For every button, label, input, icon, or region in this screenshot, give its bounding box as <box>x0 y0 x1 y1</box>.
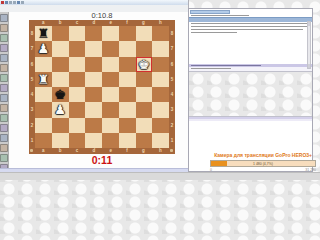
square-e6[interactable] <box>102 57 119 72</box>
square-a6[interactable] <box>35 57 52 72</box>
rail-icon[interactable] <box>0 14 8 22</box>
square-d6[interactable] <box>85 57 102 72</box>
square-g4[interactable] <box>136 87 153 102</box>
goal-progress-bar: 1 480 (4,7%) <box>210 160 316 167</box>
board-squares: ♜♟♚♜♚♟ <box>35 26 169 148</box>
rail-icon[interactable] <box>0 144 8 152</box>
white-clock-active: 0:11 <box>29 154 175 166</box>
square-a1[interactable] <box>35 133 52 148</box>
flip-board-icon <box>30 149 33 152</box>
rail-icon[interactable] <box>0 64 8 72</box>
square-e8[interactable] <box>102 26 119 41</box>
black-king: ♚ <box>54 88 66 101</box>
rank-label: 2 <box>31 123 34 128</box>
square-g5[interactable] <box>136 72 153 87</box>
white-king: ♚ <box>138 58 150 71</box>
rank-label: 5 <box>171 77 174 82</box>
goal-progress-label: 1 480 (4,7%) <box>211 161 315 166</box>
rail-icon[interactable] <box>0 94 8 102</box>
square-g8[interactable] <box>136 26 153 41</box>
rank-label: 8 <box>31 31 34 36</box>
chess-app-window: 0:10.8 abcdefgh 87654321 ♜♟♚♜♚♟ 87654321… <box>0 0 189 172</box>
square-d2[interactable] <box>85 118 102 133</box>
titlebar-icon <box>9 1 12 4</box>
square-e7[interactable] <box>102 41 119 56</box>
white-rook: ♜ <box>38 73 50 86</box>
square-c8[interactable] <box>69 26 86 41</box>
square-g1[interactable] <box>136 133 153 148</box>
square-a4[interactable] <box>35 87 52 102</box>
square-f2[interactable] <box>119 118 136 133</box>
square-h5[interactable] <box>152 72 169 87</box>
square-f7[interactable] <box>119 41 136 56</box>
rail-icon[interactable] <box>0 44 8 52</box>
scroll-up-icon[interactable] <box>308 22 310 26</box>
rank-label: 1 <box>171 138 174 143</box>
square-g3[interactable] <box>136 102 153 117</box>
titlebar-icon <box>5 1 8 4</box>
white-pawn: ♟ <box>38 42 50 55</box>
rail-icon[interactable] <box>0 124 8 132</box>
rail-icon[interactable] <box>0 74 8 82</box>
text-line <box>191 32 237 33</box>
board-panel: 0:10.8 abcdefgh 87654321 ♜♟♚♜♚♟ 87654321… <box>9 12 188 168</box>
square-d5[interactable] <box>85 72 102 87</box>
square-h7[interactable] <box>152 41 169 56</box>
scrollbar[interactable] <box>307 21 311 69</box>
bottom-band <box>0 172 320 180</box>
rail-icon[interactable] <box>0 84 8 92</box>
square-e5[interactable] <box>102 72 119 87</box>
black-rook: ♜ <box>38 27 50 40</box>
square-b4[interactable]: ♚ <box>52 87 69 102</box>
square-f8[interactable] <box>119 26 136 41</box>
white-pawn: ♟ <box>54 103 66 116</box>
rail-icon[interactable] <box>0 104 8 112</box>
square-h6[interactable] <box>152 57 169 72</box>
square-g7[interactable] <box>136 41 153 56</box>
square-h4[interactable] <box>152 87 169 102</box>
rank-label: 4 <box>171 92 174 97</box>
square-b8[interactable] <box>52 26 69 41</box>
square-b1[interactable] <box>52 133 69 148</box>
overlay-goal-title: Камера для трансляции GoPro HERO3+ <box>200 152 312 158</box>
setup-board-icon <box>170 149 173 152</box>
rank-label: 6 <box>171 62 174 67</box>
text-line <box>191 65 261 66</box>
square-a5[interactable]: ♜ <box>35 72 52 87</box>
square-d8[interactable] <box>85 26 102 41</box>
square-f5[interactable] <box>119 72 136 87</box>
screen: { "game": "chess", "position": "r7/P7/6K… <box>0 0 320 180</box>
square-c1[interactable] <box>69 133 86 148</box>
square-e2[interactable] <box>102 118 119 133</box>
info-subline <box>189 14 312 17</box>
rail-icon[interactable] <box>0 54 8 62</box>
square-a2[interactable] <box>35 118 52 133</box>
left-icon-toolbar <box>0 12 9 168</box>
rank-label: 7 <box>31 46 34 51</box>
square-g6[interactable]: ♚ <box>136 57 153 72</box>
rank-label: 1 <box>31 138 34 143</box>
square-c5[interactable] <box>69 72 86 87</box>
chess-board: abcdefgh 87654321 ♜♟♚♜♚♟ 87654321 abcdef… <box>29 20 175 154</box>
text-line <box>191 23 311 24</box>
square-d4[interactable] <box>85 87 102 102</box>
square-c6[interactable] <box>69 57 86 72</box>
rank-label: 6 <box>31 62 34 67</box>
square-h2[interactable] <box>152 118 169 133</box>
info-empty-area <box>189 34 312 64</box>
rail-icon[interactable] <box>0 154 8 162</box>
square-h3[interactable] <box>152 102 169 117</box>
square-a3[interactable] <box>35 102 52 117</box>
chat-area[interactable] <box>189 71 312 117</box>
rank-labels-right: 87654321 <box>169 26 175 148</box>
square-f3[interactable] <box>119 102 136 117</box>
square-f4[interactable] <box>119 87 136 102</box>
titlebar-icon <box>1 1 4 4</box>
rank-label: 3 <box>31 107 34 112</box>
rail-icon[interactable] <box>0 34 8 42</box>
square-b2[interactable] <box>52 118 69 133</box>
rank-label: 7 <box>171 46 174 51</box>
square-h8[interactable] <box>152 26 169 41</box>
text-line <box>191 68 231 69</box>
black-clock: 0:10.8 <box>29 12 175 20</box>
square-f1[interactable] <box>119 133 136 148</box>
rail-icon[interactable] <box>0 134 8 142</box>
text-line <box>191 29 303 30</box>
square-e4[interactable] <box>102 87 119 102</box>
square-c7[interactable] <box>69 41 86 56</box>
rank-label: 3 <box>171 107 174 112</box>
titlebar-icon <box>13 1 16 4</box>
text-line <box>191 26 311 27</box>
square-c3[interactable] <box>69 102 86 117</box>
square-e1[interactable] <box>102 133 119 148</box>
square-c4[interactable] <box>69 87 86 102</box>
rank-label: 8 <box>171 31 174 36</box>
titlebar-icon <box>21 1 24 4</box>
rank-label: 5 <box>31 77 34 82</box>
info-text-block <box>189 22 312 34</box>
square-b6[interactable] <box>52 57 69 72</box>
rail-icon[interactable] <box>0 24 8 32</box>
section-subline <box>189 67 312 71</box>
info-window <box>188 8 313 172</box>
square-b7[interactable] <box>52 41 69 56</box>
square-a8[interactable]: ♜ <box>35 26 52 41</box>
square-b5[interactable] <box>52 72 69 87</box>
square-g2[interactable] <box>136 118 153 133</box>
rail-icon[interactable] <box>0 114 8 122</box>
square-a7[interactable]: ♟ <box>35 41 52 56</box>
square-d7[interactable] <box>85 41 102 56</box>
square-b3[interactable]: ♟ <box>52 102 69 117</box>
square-d1[interactable] <box>85 133 102 148</box>
square-d3[interactable] <box>85 102 102 117</box>
board-corner <box>169 20 175 26</box>
titlebar-icon <box>17 1 20 4</box>
scroll-down-icon[interactable] <box>308 64 310 68</box>
square-f6[interactable] <box>119 57 136 72</box>
rank-label: 4 <box>31 92 34 97</box>
text-line <box>191 15 249 16</box>
square-e3[interactable] <box>102 102 119 117</box>
rank-label: 2 <box>171 123 174 128</box>
square-c2[interactable] <box>69 118 86 133</box>
square-h1[interactable] <box>152 133 169 148</box>
